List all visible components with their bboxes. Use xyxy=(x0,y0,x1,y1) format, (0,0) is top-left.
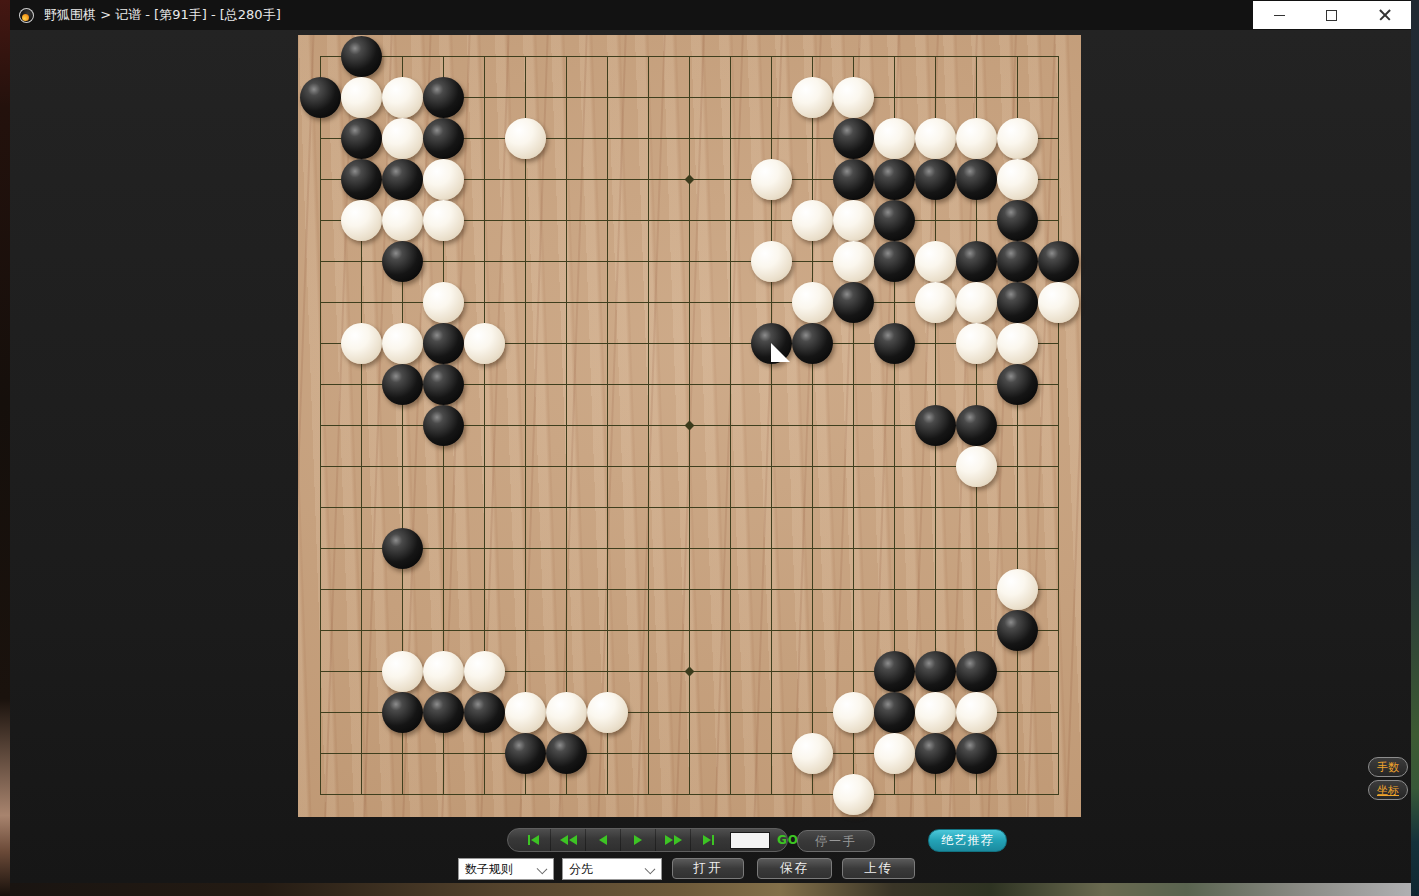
white-stone xyxy=(546,692,587,733)
move-numbers-toggle-button[interactable]: 手数 xyxy=(1368,757,1408,777)
white-stone xyxy=(915,241,956,282)
white-stone xyxy=(382,77,423,118)
pass-button[interactable]: 停一手 xyxy=(797,830,875,852)
black-stone xyxy=(915,159,956,200)
black-stone xyxy=(382,159,423,200)
chevron-down-icon xyxy=(645,864,656,875)
white-stone xyxy=(505,692,546,733)
black-stone xyxy=(382,528,423,569)
white-stone xyxy=(997,118,1038,159)
black-stone xyxy=(505,733,546,774)
close-button[interactable] xyxy=(1363,1,1407,29)
ai-recommend-button[interactable]: 绝艺推荐 xyxy=(928,829,1007,852)
go-board[interactable] xyxy=(298,35,1081,817)
black-stone xyxy=(915,733,956,774)
white-stone xyxy=(833,692,874,733)
black-stone xyxy=(423,405,464,446)
black-stone xyxy=(956,733,997,774)
black-stone xyxy=(751,323,792,364)
white-stone xyxy=(956,118,997,159)
white-stone xyxy=(833,241,874,282)
white-stone xyxy=(956,446,997,487)
handicap-dropdown-value: 分先 xyxy=(569,861,593,878)
window-title: 野狐围棋 > 记谱 - [第91手] - [总280手] xyxy=(44,6,281,24)
desktop-wallpaper-bottom xyxy=(10,883,1411,896)
black-stone xyxy=(423,364,464,405)
white-stone xyxy=(382,323,423,364)
white-stone xyxy=(833,774,874,815)
white-stone xyxy=(833,200,874,241)
black-stone xyxy=(874,159,915,200)
last-move-marker-icon xyxy=(771,343,790,362)
white-stone xyxy=(341,323,382,364)
black-stone xyxy=(341,159,382,200)
white-stone xyxy=(751,159,792,200)
black-stone xyxy=(464,692,505,733)
app-window: 野狐围棋 > 记谱 - [第91手] - [总280手] GO 停一手 绝艺推荐… xyxy=(0,0,1419,896)
white-stone xyxy=(956,692,997,733)
go-board-grid[interactable] xyxy=(320,56,1059,795)
handicap-dropdown[interactable]: 分先 xyxy=(562,858,662,880)
white-stone xyxy=(792,77,833,118)
star-point xyxy=(684,420,694,430)
move-number-input[interactable] xyxy=(730,832,770,849)
first-move-icon xyxy=(528,835,530,845)
white-stone xyxy=(792,733,833,774)
save-button[interactable]: 保存 xyxy=(757,858,832,879)
white-stone xyxy=(464,323,505,364)
black-stone xyxy=(423,692,464,733)
white-stone xyxy=(587,692,628,733)
black-stone xyxy=(341,118,382,159)
minimize-icon xyxy=(1274,15,1285,16)
black-stone xyxy=(833,282,874,323)
desktop-wallpaper-right xyxy=(1411,0,1419,896)
black-stone xyxy=(423,323,464,364)
white-stone xyxy=(382,118,423,159)
black-stone xyxy=(956,651,997,692)
back-icon xyxy=(599,835,607,845)
white-stone xyxy=(423,159,464,200)
white-stone xyxy=(341,200,382,241)
black-stone xyxy=(997,241,1038,282)
black-stone xyxy=(997,364,1038,405)
fast-forward-button[interactable] xyxy=(656,829,691,851)
desktop-wallpaper-left xyxy=(0,0,10,896)
last-move-icon xyxy=(703,835,711,845)
white-stone xyxy=(915,282,956,323)
black-stone xyxy=(997,282,1038,323)
app-main-area: GO 停一手 绝艺推荐 数子规则 分先 打开 保存 上传 手数 坐标 xyxy=(10,30,1411,883)
white-stone xyxy=(997,569,1038,610)
white-stone xyxy=(423,282,464,323)
go-button[interactable]: GO xyxy=(777,833,799,847)
first-move-button[interactable] xyxy=(516,829,551,851)
fox-go-logo-icon xyxy=(19,8,34,23)
black-stone xyxy=(423,77,464,118)
last-move-button[interactable] xyxy=(691,829,725,851)
white-stone xyxy=(833,77,874,118)
white-stone xyxy=(792,282,833,323)
black-stone xyxy=(956,405,997,446)
white-stone xyxy=(956,323,997,364)
white-stone xyxy=(997,159,1038,200)
title-bar: 野狐围棋 > 记谱 - [第91手] - [总280手] xyxy=(10,0,1411,30)
black-stone xyxy=(874,651,915,692)
upload-button[interactable]: 上传 xyxy=(842,858,915,879)
black-stone xyxy=(997,200,1038,241)
black-stone xyxy=(874,323,915,364)
minimize-button[interactable] xyxy=(1257,1,1301,29)
chevron-down-icon xyxy=(537,864,548,875)
white-stone xyxy=(874,118,915,159)
forward-icon xyxy=(634,835,642,845)
white-stone xyxy=(382,200,423,241)
white-stone xyxy=(751,241,792,282)
rule-dropdown[interactable]: 数子规则 xyxy=(458,858,554,880)
white-stone xyxy=(997,323,1038,364)
white-stone xyxy=(1038,282,1079,323)
black-stone xyxy=(956,241,997,282)
white-stone xyxy=(423,200,464,241)
black-stone xyxy=(1038,241,1079,282)
black-stone xyxy=(792,323,833,364)
black-stone xyxy=(997,610,1038,651)
maximize-button[interactable] xyxy=(1310,1,1354,29)
black-stone xyxy=(546,733,587,774)
black-stone xyxy=(915,405,956,446)
coordinates-toggle-button[interactable]: 坐标 xyxy=(1368,780,1408,800)
maximize-icon xyxy=(1326,10,1337,21)
black-stone xyxy=(874,200,915,241)
white-stone xyxy=(915,692,956,733)
white-stone xyxy=(382,651,423,692)
star-point xyxy=(684,666,694,676)
white-stone xyxy=(792,200,833,241)
white-stone xyxy=(341,77,382,118)
black-stone xyxy=(423,118,464,159)
fast-forward-icon xyxy=(665,835,673,845)
black-stone xyxy=(341,36,382,77)
rewind-icon xyxy=(560,835,568,845)
white-stone xyxy=(505,118,546,159)
rewind-button[interactable] xyxy=(551,829,586,851)
white-stone xyxy=(915,118,956,159)
black-stone xyxy=(915,651,956,692)
black-stone xyxy=(833,118,874,159)
star-point xyxy=(684,174,694,184)
black-stone xyxy=(382,364,423,405)
white-stone xyxy=(956,282,997,323)
forward-button[interactable] xyxy=(621,829,656,851)
move-navigation-bar: GO xyxy=(507,828,788,852)
white-stone xyxy=(874,733,915,774)
rule-dropdown-value: 数子规则 xyxy=(465,861,513,878)
open-button[interactable]: 打开 xyxy=(672,858,744,879)
black-stone xyxy=(956,159,997,200)
white-stone xyxy=(423,651,464,692)
black-stone xyxy=(300,77,341,118)
black-stone xyxy=(833,159,874,200)
white-stone xyxy=(464,651,505,692)
window-controls xyxy=(1253,1,1411,29)
black-stone xyxy=(874,692,915,733)
back-button[interactable] xyxy=(586,829,621,851)
close-icon xyxy=(1379,9,1391,21)
black-stone xyxy=(874,241,915,282)
black-stone xyxy=(382,241,423,282)
black-stone xyxy=(382,692,423,733)
